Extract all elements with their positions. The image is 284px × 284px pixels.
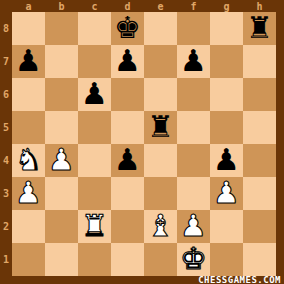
border-right: [276, 177, 284, 210]
square-c2: ♜: [78, 210, 111, 243]
file-label-f: f: [177, 0, 210, 12]
file-label-g: g: [210, 0, 243, 12]
square-e3: [144, 177, 177, 210]
square-d8: ♚: [111, 12, 144, 45]
black-pawn-c6: ♟: [81, 79, 108, 109]
square-h6: [243, 78, 276, 111]
square-a1: [12, 243, 45, 276]
file-label-c: c: [78, 0, 111, 12]
square-g7: [210, 45, 243, 78]
square-g5: [210, 111, 243, 144]
white-king-f1: ♚: [180, 244, 207, 274]
square-f4: [177, 144, 210, 177]
square-b8: [45, 12, 78, 45]
square-f8: [177, 12, 210, 45]
black-pawn-a7: ♟: [15, 46, 42, 76]
square-e2: ♝: [144, 210, 177, 243]
square-d1: [111, 243, 144, 276]
square-d4: ♟: [111, 144, 144, 177]
rank-label-7: 7: [0, 45, 12, 78]
square-d7: ♟: [111, 45, 144, 78]
corner-top-left: [0, 0, 12, 12]
white-knight-a4: ♞: [15, 145, 42, 175]
square-f2: ♟: [177, 210, 210, 243]
file-label-a: a: [12, 0, 45, 12]
square-g6: [210, 78, 243, 111]
square-b7: [45, 45, 78, 78]
square-e4: [144, 144, 177, 177]
rank-label-2: 2: [0, 210, 12, 243]
square-h4: [243, 144, 276, 177]
square-a3: ♟: [12, 177, 45, 210]
square-a8: [12, 12, 45, 45]
square-f6: [177, 78, 210, 111]
square-d2: [111, 210, 144, 243]
square-b6: [45, 78, 78, 111]
chess-diagram: abcdefgh8♚♜7♟♟♟6♟5♜4♞♟♟♟3♟♟2♜♝♟1♚CHESSGA…: [0, 0, 284, 284]
rank-label-5: 5: [0, 111, 12, 144]
square-b1: [45, 243, 78, 276]
black-rook-e5: ♜: [147, 112, 174, 142]
square-c4: [78, 144, 111, 177]
border-right: [276, 243, 284, 276]
square-c6: ♟: [78, 78, 111, 111]
border-right: [276, 144, 284, 177]
square-g3: ♟: [210, 177, 243, 210]
square-h7: [243, 45, 276, 78]
white-pawn-g3: ♟: [213, 178, 240, 208]
square-a4: ♞: [12, 144, 45, 177]
square-f7: ♟: [177, 45, 210, 78]
rank-label-3: 3: [0, 177, 12, 210]
square-c5: [78, 111, 111, 144]
white-rook-c2: ♜: [81, 211, 108, 241]
square-f3: [177, 177, 210, 210]
square-g1: [210, 243, 243, 276]
square-d3: [111, 177, 144, 210]
square-c8: [78, 12, 111, 45]
white-bishop-e2: ♝: [147, 211, 174, 241]
square-c3: [78, 177, 111, 210]
square-h8: ♜: [243, 12, 276, 45]
file-label-e: e: [144, 0, 177, 12]
corner-top-right: [276, 0, 284, 12]
square-h1: [243, 243, 276, 276]
file-label-d: d: [111, 0, 144, 12]
square-b3: [45, 177, 78, 210]
white-pawn-f2: ♟: [180, 211, 207, 241]
white-pawn-b4: ♟: [48, 145, 75, 175]
square-e5: ♜: [144, 111, 177, 144]
square-c7: [78, 45, 111, 78]
square-b2: [45, 210, 78, 243]
square-e1: [144, 243, 177, 276]
border-right: [276, 78, 284, 111]
square-a7: ♟: [12, 45, 45, 78]
square-b5: [45, 111, 78, 144]
file-label-b: b: [45, 0, 78, 12]
chessgames-branding: CHESSGAMES.COM: [0, 276, 284, 284]
border-right: [276, 12, 284, 45]
square-h3: [243, 177, 276, 210]
square-g8: [210, 12, 243, 45]
black-king-d8: ♚: [114, 13, 141, 43]
border-right: [276, 210, 284, 243]
square-a6: [12, 78, 45, 111]
rank-label-1: 1: [0, 243, 12, 276]
square-d6: [111, 78, 144, 111]
border-right: [276, 111, 284, 144]
rank-label-6: 6: [0, 78, 12, 111]
square-c1: [78, 243, 111, 276]
black-pawn-d4: ♟: [114, 145, 141, 175]
square-e8: [144, 12, 177, 45]
square-g4: ♟: [210, 144, 243, 177]
square-d5: [111, 111, 144, 144]
file-label-h: h: [243, 0, 276, 12]
square-a2: [12, 210, 45, 243]
black-rook-h8: ♜: [246, 13, 273, 43]
square-f1: ♚: [177, 243, 210, 276]
black-pawn-g4: ♟: [213, 145, 240, 175]
square-e7: [144, 45, 177, 78]
square-g2: [210, 210, 243, 243]
black-pawn-f7: ♟: [180, 46, 207, 76]
square-a5: [12, 111, 45, 144]
square-e6: [144, 78, 177, 111]
black-pawn-d7: ♟: [114, 46, 141, 76]
square-h5: [243, 111, 276, 144]
square-f5: [177, 111, 210, 144]
rank-label-4: 4: [0, 144, 12, 177]
white-pawn-a3: ♟: [15, 178, 42, 208]
border-right: [276, 45, 284, 78]
square-b4: ♟: [45, 144, 78, 177]
square-h2: [243, 210, 276, 243]
rank-label-8: 8: [0, 12, 12, 45]
